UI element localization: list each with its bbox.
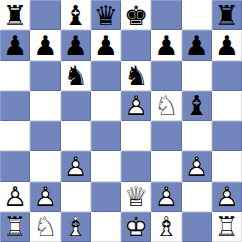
piece-white-queen[interactable]: ♛♕ bbox=[121, 182, 151, 212]
square-d8[interactable]: ♛ bbox=[91, 0, 121, 30]
square-c7[interactable]: ♟ bbox=[61, 30, 91, 60]
square-f8[interactable] bbox=[151, 0, 181, 30]
piece-black-pawn[interactable]: ♟ bbox=[61, 30, 91, 60]
piece-glyph-fill: ♟ bbox=[151, 30, 181, 60]
piece-white-pawn[interactable]: ♟♙ bbox=[212, 182, 242, 212]
square-d3[interactable] bbox=[91, 151, 121, 181]
piece-glyph-outline: ♙ bbox=[151, 182, 181, 212]
piece-black-pawn[interactable]: ♟ bbox=[182, 30, 212, 60]
piece-glyph-outline: ♙ bbox=[212, 182, 242, 212]
square-b5[interactable] bbox=[30, 91, 60, 121]
square-h7[interactable]: ♟ bbox=[212, 30, 242, 60]
piece-white-rook[interactable]: ♜♖ bbox=[212, 212, 242, 242]
square-e7[interactable] bbox=[121, 30, 151, 60]
square-g1[interactable] bbox=[182, 212, 212, 242]
square-a3[interactable] bbox=[0, 151, 30, 181]
square-e2[interactable]: ♛♕ bbox=[121, 182, 151, 212]
piece-black-pawn[interactable]: ♟ bbox=[91, 30, 121, 60]
square-h3[interactable] bbox=[212, 151, 242, 181]
square-c1[interactable]: ♝♗ bbox=[61, 212, 91, 242]
square-g2[interactable] bbox=[182, 182, 212, 212]
square-d7[interactable]: ♟ bbox=[91, 30, 121, 60]
piece-glyph-fill: ♚ bbox=[121, 0, 151, 30]
square-a7[interactable]: ♟ bbox=[0, 30, 30, 60]
square-h6[interactable] bbox=[212, 61, 242, 91]
piece-glyph-outline: ♕ bbox=[121, 182, 151, 212]
piece-glyph-fill: ♟ bbox=[91, 30, 121, 60]
square-b2[interactable]: ♟♙ bbox=[30, 182, 60, 212]
square-b1[interactable]: ♞♘ bbox=[30, 212, 60, 242]
square-h8[interactable]: ♜ bbox=[212, 0, 242, 30]
piece-black-pawn[interactable]: ♟ bbox=[30, 30, 60, 60]
piece-white-king[interactable]: ♚♔ bbox=[121, 212, 151, 242]
square-b3[interactable] bbox=[30, 151, 60, 181]
piece-glyph-outline: ♔ bbox=[121, 212, 151, 242]
square-g6[interactable] bbox=[182, 61, 212, 91]
piece-glyph-fill: ♝ bbox=[182, 91, 212, 121]
square-h4[interactable] bbox=[212, 121, 242, 151]
piece-white-pawn[interactable]: ♟♙ bbox=[151, 182, 181, 212]
piece-white-pawn[interactable]: ♟♙ bbox=[0, 182, 30, 212]
piece-glyph-outline: ♙ bbox=[30, 182, 60, 212]
square-f5[interactable]: ♞♘ bbox=[151, 91, 181, 121]
square-e8[interactable]: ♚ bbox=[121, 0, 151, 30]
square-e6[interactable]: ♞ bbox=[121, 61, 151, 91]
square-c8[interactable]: ♝ bbox=[61, 0, 91, 30]
square-c6[interactable]: ♞ bbox=[61, 61, 91, 91]
piece-glyph-outline: ♙ bbox=[121, 91, 151, 121]
square-f4[interactable] bbox=[151, 121, 181, 151]
piece-black-bishop[interactable]: ♝ bbox=[182, 91, 212, 121]
square-a8[interactable]: ♜ bbox=[0, 0, 30, 30]
square-f2[interactable]: ♟♙ bbox=[151, 182, 181, 212]
square-c4[interactable] bbox=[61, 121, 91, 151]
square-c2[interactable] bbox=[61, 182, 91, 212]
piece-white-pawn[interactable]: ♟♙ bbox=[30, 182, 60, 212]
piece-glyph-fill: ♜ bbox=[212, 0, 242, 30]
piece-glyph-fill: ♟ bbox=[30, 30, 60, 60]
piece-glyph-fill: ♟ bbox=[182, 30, 212, 60]
piece-black-pawn[interactable]: ♟ bbox=[151, 30, 181, 60]
square-b6[interactable] bbox=[30, 61, 60, 91]
square-d4[interactable] bbox=[91, 121, 121, 151]
piece-glyph-outline: ♙ bbox=[0, 182, 30, 212]
square-g7[interactable]: ♟ bbox=[182, 30, 212, 60]
piece-glyph-fill: ♟ bbox=[61, 30, 91, 60]
piece-black-knight[interactable]: ♞ bbox=[61, 61, 91, 91]
square-b7[interactable]: ♟ bbox=[30, 30, 60, 60]
piece-white-bishop[interactable]: ♝♗ bbox=[61, 212, 91, 242]
square-d6[interactable] bbox=[91, 61, 121, 91]
piece-glyph-fill: ♛ bbox=[91, 0, 121, 30]
piece-white-knight[interactable]: ♞♘ bbox=[151, 91, 181, 121]
piece-glyph-fill: ♞ bbox=[61, 61, 91, 91]
piece-black-king[interactable]: ♚ bbox=[121, 0, 151, 30]
square-e4[interactable] bbox=[121, 121, 151, 151]
piece-white-pawn[interactable]: ♟♙ bbox=[182, 151, 212, 181]
piece-white-rook[interactable]: ♜♖ bbox=[0, 212, 30, 242]
chess-board: ♜♝♛♚♜♟♟♟♟♟♟♟♞♞♟♙♞♘♝♟♙♟♙♟♙♟♙♛♕♟♙♟♙♜♖♞♘♝♗♚… bbox=[0, 0, 242, 242]
square-a4[interactable] bbox=[0, 121, 30, 151]
square-a1[interactable]: ♜♖ bbox=[0, 212, 30, 242]
piece-black-rook[interactable]: ♜ bbox=[212, 0, 242, 30]
square-g8[interactable] bbox=[182, 0, 212, 30]
square-c5[interactable] bbox=[61, 91, 91, 121]
square-b4[interactable] bbox=[30, 121, 60, 151]
square-b8[interactable] bbox=[30, 0, 60, 30]
piece-glyph-outline: ♘ bbox=[151, 91, 181, 121]
piece-glyph-fill: ♜ bbox=[0, 0, 30, 30]
piece-glyph-outline: ♙ bbox=[182, 151, 212, 181]
piece-glyph-outline: ♗ bbox=[61, 212, 91, 242]
piece-white-bishop[interactable]: ♝♗ bbox=[151, 212, 181, 242]
square-g3[interactable]: ♟♙ bbox=[182, 151, 212, 181]
square-e5[interactable]: ♟♙ bbox=[121, 91, 151, 121]
piece-glyph-outline: ♖ bbox=[0, 212, 30, 242]
square-h5[interactable] bbox=[212, 91, 242, 121]
square-d1[interactable] bbox=[91, 212, 121, 242]
piece-glyph-outline: ♘ bbox=[30, 212, 60, 242]
square-e3[interactable] bbox=[121, 151, 151, 181]
square-a6[interactable] bbox=[0, 61, 30, 91]
square-f1[interactable]: ♝♗ bbox=[151, 212, 181, 242]
piece-glyph-fill: ♞ bbox=[121, 61, 151, 91]
square-d2[interactable] bbox=[91, 182, 121, 212]
square-h2[interactable]: ♟♙ bbox=[212, 182, 242, 212]
square-g4[interactable] bbox=[182, 121, 212, 151]
piece-white-pawn[interactable]: ♟♙ bbox=[61, 151, 91, 181]
square-h1[interactable]: ♜♖ bbox=[212, 212, 242, 242]
piece-black-rook[interactable]: ♜ bbox=[0, 0, 30, 30]
square-f7[interactable]: ♟ bbox=[151, 30, 181, 60]
piece-black-queen[interactable]: ♛ bbox=[91, 0, 121, 30]
piece-glyph-outline: ♗ bbox=[151, 212, 181, 242]
square-a2[interactable]: ♟♙ bbox=[0, 182, 30, 212]
square-f6[interactable] bbox=[151, 61, 181, 91]
piece-white-knight[interactable]: ♞♘ bbox=[30, 212, 60, 242]
square-a5[interactable] bbox=[0, 91, 30, 121]
piece-glyph-outline: ♙ bbox=[61, 151, 91, 181]
piece-glyph-fill: ♝ bbox=[61, 0, 91, 30]
piece-glyph-fill: ♟ bbox=[212, 30, 242, 60]
piece-black-knight[interactable]: ♞ bbox=[121, 61, 151, 91]
piece-black-pawn[interactable]: ♟ bbox=[0, 30, 30, 60]
square-c3[interactable]: ♟♙ bbox=[61, 151, 91, 181]
piece-glyph-outline: ♖ bbox=[212, 212, 242, 242]
piece-black-pawn[interactable]: ♟ bbox=[212, 30, 242, 60]
square-e1[interactable]: ♚♔ bbox=[121, 212, 151, 242]
square-g5[interactable]: ♝ bbox=[182, 91, 212, 121]
square-f3[interactable] bbox=[151, 151, 181, 181]
square-d5[interactable] bbox=[91, 91, 121, 121]
piece-black-bishop[interactable]: ♝ bbox=[61, 0, 91, 30]
piece-glyph-fill: ♟ bbox=[0, 30, 30, 60]
piece-white-pawn[interactable]: ♟♙ bbox=[121, 91, 151, 121]
